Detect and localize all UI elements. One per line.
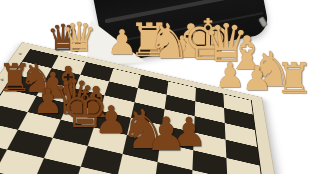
piece-white-P-g6[interactable]: ♟ xyxy=(242,61,272,95)
piece-white-P-e7[interactable]: ♟ xyxy=(215,58,245,92)
product-photo: abcdefgh12345678 ♛♛♟♜♞♟♟♝♚♛♟♝♟♞♜♜♞♟♝♛♟♚♝… xyxy=(0,0,310,174)
piece-black-P-d2[interactable]: ♟ xyxy=(145,111,186,157)
piece-white-R-h7[interactable]: ♜ xyxy=(275,58,310,100)
piece-white-Q-off-board-beside-case[interactable]: ♛ xyxy=(61,17,97,57)
